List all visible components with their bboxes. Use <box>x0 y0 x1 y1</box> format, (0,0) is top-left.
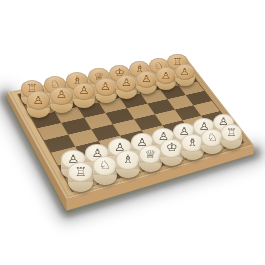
white-rook-icon: ♖ <box>74 166 87 178</box>
piece-black-pawn-h7[interactable]: ♙ <box>175 64 195 87</box>
black-pawn-icon: ♙ <box>161 70 171 80</box>
piece-black-pawn-d7[interactable]: ♙ <box>95 78 117 103</box>
piece-white-bishop-c1[interactable]: ♗ <box>116 150 140 178</box>
black-pawn-icon: ♙ <box>121 78 132 88</box>
piece-white-queen-d1[interactable]: ♕ <box>139 145 163 172</box>
white-rook-icon: ♖ <box>226 128 237 138</box>
piece-black-pawn-g7[interactable]: ♙ <box>156 67 177 90</box>
white-knight-icon: ♘ <box>207 133 218 144</box>
black-pawn-icon: ♙ <box>56 90 67 101</box>
white-bishop-icon: ♗ <box>122 154 134 165</box>
white-queen-icon: ♕ <box>144 149 156 160</box>
white-king-icon: ♔ <box>166 143 178 154</box>
piece-black-pawn-f7[interactable]: ♙ <box>136 71 157 95</box>
black-pawn-icon: ♙ <box>180 67 190 77</box>
black-pawn-icon: ♙ <box>141 74 152 84</box>
piece-white-rook-h1[interactable]: ♖ <box>221 124 243 149</box>
piece-black-pawn-c7[interactable]: ♙ <box>73 83 95 108</box>
black-pawn-icon: ♙ <box>100 82 111 92</box>
white-bishop-icon: ♗ <box>187 138 198 149</box>
white-knight-icon: ♘ <box>99 160 111 172</box>
black-pawn-icon: ♙ <box>78 86 89 97</box>
piece-white-knight-b1[interactable]: ♘ <box>93 156 118 185</box>
piece-black-pawn-b7[interactable]: ♙ <box>50 87 73 113</box>
piece-black-pawn-a7[interactable]: ♙ <box>27 91 50 118</box>
pieces-layer: ♖♘♗♕♔♗♘♖♙♙♙♙♙♙♙♙♙♙♙♙♙♙♙♙♖♘♗♕♔♗♘♖ <box>0 0 265 265</box>
piece-black-pawn-e7[interactable]: ♙ <box>116 75 138 99</box>
piece-white-rook-a1[interactable]: ♖ <box>68 162 93 191</box>
piece-white-king-e1[interactable]: ♔ <box>160 139 183 166</box>
black-pawn-icon: ♙ <box>33 95 45 106</box>
product-photo: ♖♘♗♕♔♗♘♖♙♙♙♙♙♙♙♙♙♙♙♙♙♙♙♙♖♘♗♕♔♗♘♖ <box>0 0 265 265</box>
